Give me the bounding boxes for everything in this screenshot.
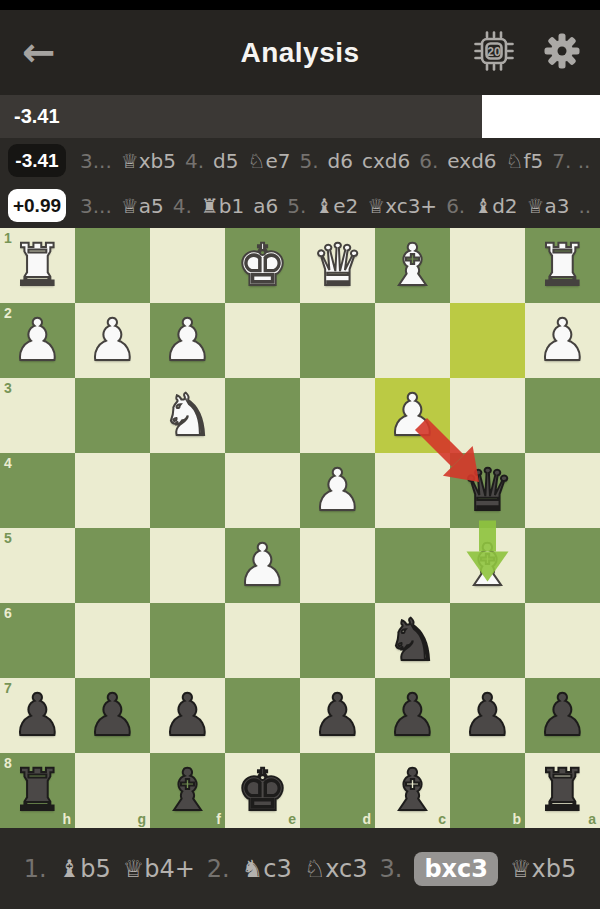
piece-white-rook: ♜	[525, 228, 600, 303]
square-c2[interactable]	[375, 303, 450, 378]
square-h6[interactable]: 6	[0, 603, 75, 678]
square-d7[interactable]: ♟	[300, 678, 375, 753]
piece-black-pawn: ♟	[150, 678, 225, 753]
move-token[interactable]: 5.	[287, 194, 306, 218]
square-a5[interactable]	[525, 528, 600, 603]
square-f7[interactable]: ♟	[150, 678, 225, 753]
rank-label-7: 7	[4, 680, 12, 696]
piece-white-bishop: ♝	[375, 228, 450, 303]
move-token[interactable]: ♝d2	[474, 194, 517, 218]
rank-label-4: 4	[4, 455, 12, 471]
move-token[interactable]: 4.	[185, 149, 204, 173]
piece-white-pawn: ♟	[75, 303, 150, 378]
piece-black-knight: ♞	[375, 603, 450, 678]
file-label-h: h	[62, 811, 71, 827]
square-b6[interactable]	[450, 603, 525, 678]
rank-label-8: 8	[4, 755, 12, 771]
square-g2[interactable]: ♟	[75, 303, 150, 378]
move-token[interactable]: d6	[328, 149, 353, 173]
square-b7[interactable]: ♟	[450, 678, 525, 753]
piece-black-pawn: ♟	[450, 678, 525, 753]
move-token[interactable]: ♘f5	[506, 149, 544, 173]
move-token[interactable]: 2.	[207, 855, 230, 883]
move-token[interactable]: ...	[579, 194, 593, 218]
square-e1[interactable]: ♚	[225, 228, 300, 303]
current-move-token[interactable]: bxc3	[414, 852, 498, 886]
file-label-f: f	[216, 811, 221, 827]
move-token[interactable]: 3...	[80, 194, 112, 218]
square-f8[interactable]: f♝	[150, 753, 225, 828]
evaluation-bar-white-segment	[482, 95, 600, 138]
square-b2[interactable]	[450, 303, 525, 378]
file-label-g: g	[137, 811, 146, 827]
line-moves: 3...♕a54.♜b1a65.♝e2♕xc3+6.♝d2♕a3...	[80, 194, 592, 218]
piece-white-pawn: ♟	[375, 378, 450, 453]
file-label-e: e	[288, 811, 296, 827]
move-token[interactable]: ♕xb5	[121, 149, 176, 173]
square-c3[interactable]: ♟	[375, 378, 450, 453]
square-c7[interactable]: ♟	[375, 678, 450, 753]
game-moves: 1.♝b5♕b4+2.♞c3♘xc33.bxc3♕xb5	[24, 852, 576, 886]
piece-black-pawn: ♟	[375, 678, 450, 753]
square-g8[interactable]: g	[75, 753, 150, 828]
square-e8[interactable]: e♚	[225, 753, 300, 828]
move-token[interactable]: 3.	[380, 855, 403, 883]
move-token[interactable]: ♕b4+	[123, 855, 195, 883]
square-g6[interactable]	[75, 603, 150, 678]
square-h1[interactable]: 1♜	[0, 228, 75, 303]
square-a4[interactable]	[525, 453, 600, 528]
piece-white-pawn: ♟	[150, 303, 225, 378]
piece-black-bishop: ♝	[150, 753, 225, 828]
file-label-d: d	[362, 811, 371, 827]
move-token[interactable]: a6	[253, 194, 278, 218]
square-f6[interactable]	[150, 603, 225, 678]
move-token[interactable]: 6.	[446, 194, 465, 218]
move-token[interactable]: ♘e7	[248, 149, 291, 173]
square-c4[interactable]	[375, 453, 450, 528]
square-d2[interactable]	[300, 303, 375, 378]
square-c8[interactable]: c♝	[375, 753, 450, 828]
square-d6[interactable]	[300, 603, 375, 678]
rank-label-3: 3	[4, 380, 12, 396]
rank-label-6: 6	[4, 605, 12, 621]
square-b3[interactable]	[450, 378, 525, 453]
back-arrow-icon[interactable]: ←	[22, 24, 56, 80]
piece-white-pawn: ♟	[300, 453, 375, 528]
move-token[interactable]: d5	[213, 149, 238, 173]
square-d8[interactable]: d	[300, 753, 375, 828]
piece-black-pawn: ♟	[300, 678, 375, 753]
move-token[interactable]: ♕a5	[121, 194, 164, 218]
move-token[interactable]: cxd6	[362, 149, 410, 173]
file-label-c: c	[438, 811, 446, 827]
piece-white-pawn: ♟	[225, 528, 300, 603]
engine-depth-value: 20	[487, 44, 501, 58]
square-f5[interactable]	[150, 528, 225, 603]
square-f2[interactable]: ♟	[150, 303, 225, 378]
square-h5[interactable]: 5	[0, 528, 75, 603]
move-token[interactable]: ♕xb5	[510, 855, 576, 883]
file-label-a: a	[588, 811, 596, 827]
analysis-screen: ← Analysis 20	[0, 0, 600, 909]
piece-black-queen: ♛	[450, 453, 525, 528]
engine-line-1[interactable]: -3.41 3...♕xb54.d5♘e75.d6cxd66.exd6♘f57.…	[0, 138, 600, 183]
square-h2[interactable]: 2♟	[0, 303, 75, 378]
piece-black-pawn: ♟	[75, 678, 150, 753]
evaluation-bar: -3.41	[0, 95, 600, 138]
square-h8[interactable]: 8h♜	[0, 753, 75, 828]
move-token[interactable]: 1.	[24, 855, 47, 883]
move-token[interactable]: ♕a3	[527, 194, 570, 218]
square-e5[interactable]: ♟	[225, 528, 300, 603]
square-d1[interactable]: ♛	[300, 228, 375, 303]
move-token[interactable]: 3...	[80, 149, 112, 173]
piece-white-bishop: ♝	[450, 528, 525, 603]
square-a2[interactable]: ♟	[525, 303, 600, 378]
rank-label-2: 2	[4, 305, 12, 321]
square-a7[interactable]: ♟	[525, 678, 600, 753]
square-b8[interactable]: b	[450, 753, 525, 828]
square-e7[interactable]	[225, 678, 300, 753]
piece-white-queen: ♛	[300, 228, 375, 303]
move-token[interactable]: ♜b1	[201, 194, 244, 218]
square-h4[interactable]: 4	[0, 453, 75, 528]
square-d4[interactable]: ♟	[300, 453, 375, 528]
square-g7[interactable]: ♟	[75, 678, 150, 753]
settings-gear-icon[interactable]	[542, 31, 582, 75]
move-token[interactable]: 6.	[419, 149, 438, 173]
line-moves: 3...♕xb54.d5♘e75.d6cxd66.exd6♘f57. ...	[80, 149, 592, 173]
piece-white-king: ♚	[225, 228, 300, 303]
move-token[interactable]: ♝e2	[315, 194, 358, 218]
square-g3[interactable]	[75, 378, 150, 453]
engine-depth-chip-icon[interactable]: 20	[472, 29, 516, 77]
square-e3[interactable]	[225, 378, 300, 453]
square-b4[interactable]: ♛	[450, 453, 525, 528]
move-token[interactable]: 7. ...	[552, 149, 592, 173]
move-token[interactable]: 4.	[173, 194, 192, 218]
square-a6[interactable]	[525, 603, 600, 678]
square-e6[interactable]	[225, 603, 300, 678]
engine-lines: -3.41 3...♕xb54.d5♘e75.d6cxd66.exd6♘f57.…	[0, 138, 600, 228]
move-token[interactable]: 5.	[299, 149, 318, 173]
chess-board[interactable]: 1♜♚♛♝♜2♟♟♟♟3♞♟4♟♛5♟♝6♞7♟♟♟♟♟♟♟8h♜gf♝e♚dc…	[0, 228, 600, 828]
square-f1[interactable]	[150, 228, 225, 303]
square-a8[interactable]: a♜	[525, 753, 600, 828]
status-bar	[0, 0, 600, 10]
line-eval-badge: -3.41	[8, 144, 66, 177]
square-g1[interactable]	[75, 228, 150, 303]
square-f3[interactable]: ♞	[150, 378, 225, 453]
piece-black-pawn: ♟	[525, 678, 600, 753]
square-a1[interactable]: ♜	[525, 228, 600, 303]
square-h7[interactable]: 7♟	[0, 678, 75, 753]
square-d5[interactable]	[300, 528, 375, 603]
square-g5[interactable]	[75, 528, 150, 603]
square-b1[interactable]	[450, 228, 525, 303]
line-eval-badge: +0.99	[8, 189, 66, 222]
square-e4[interactable]	[225, 453, 300, 528]
square-h3[interactable]: 3	[0, 378, 75, 453]
square-c6[interactable]: ♞	[375, 603, 450, 678]
app-bar: ← Analysis 20	[0, 10, 600, 95]
move-token[interactable]: ♕xc3+	[367, 194, 437, 218]
piece-white-pawn: ♟	[525, 303, 600, 378]
square-c1[interactable]: ♝	[375, 228, 450, 303]
square-e2[interactable]	[225, 303, 300, 378]
rank-label-5: 5	[4, 530, 12, 546]
piece-white-knight: ♞	[150, 378, 225, 453]
rank-label-1: 1	[4, 230, 12, 246]
move-token[interactable]: ♘xc3	[304, 855, 368, 883]
evaluation-score: -3.41	[14, 95, 60, 138]
square-f4[interactable]	[150, 453, 225, 528]
move-token[interactable]: ♞c3	[242, 855, 292, 883]
square-b5[interactable]: ♝	[450, 528, 525, 603]
file-label-b: b	[512, 811, 521, 827]
square-d3[interactable]	[300, 378, 375, 453]
engine-line-2[interactable]: +0.99 3...♕a54.♜b1a65.♝e2♕xc3+6.♝d2♕a3..…	[0, 183, 600, 228]
move-token[interactable]: exd6	[447, 149, 496, 173]
square-g4[interactable]	[75, 453, 150, 528]
square-c5[interactable]	[375, 528, 450, 603]
move-list-bar: 1.♝b5♕b4+2.♞c3♘xc33.bxc3♕xb5	[0, 828, 600, 909]
move-token[interactable]: ♝b5	[59, 855, 111, 883]
square-a3[interactable]	[525, 378, 600, 453]
